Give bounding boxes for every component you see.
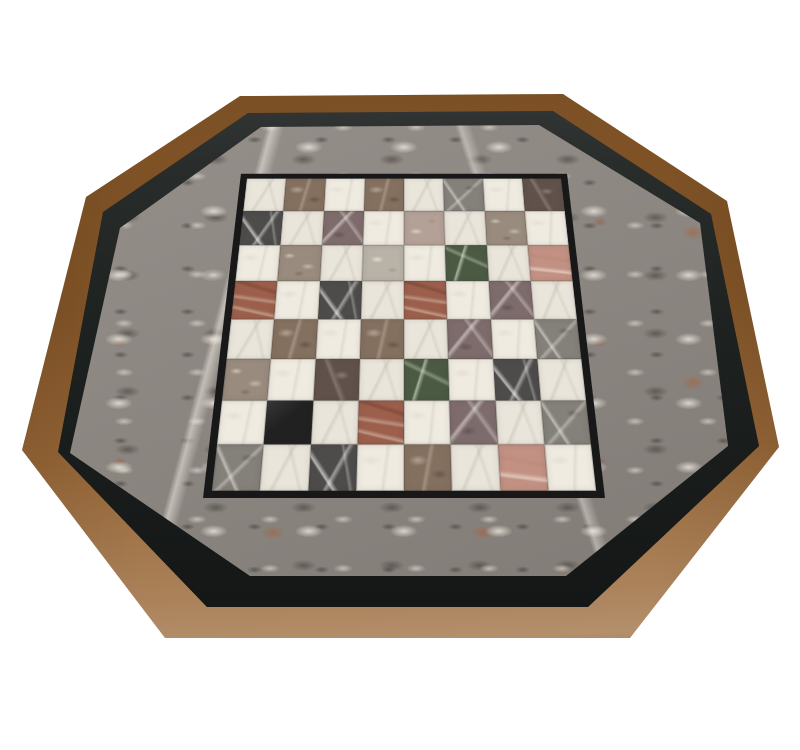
square-g7 [484,211,527,245]
square-b8 [283,179,325,212]
square-g4 [490,319,537,359]
square-h3 [537,359,586,401]
square-a5 [231,281,277,319]
square-c5 [318,281,362,319]
square-c8 [324,179,365,212]
square-e2 [404,400,451,444]
square-f8 [443,179,484,212]
square-c3 [313,359,360,401]
square-f3 [448,359,495,401]
square-e8 [404,179,444,212]
square-f7 [444,211,486,245]
square-c2 [311,400,359,444]
square-e5 [404,281,447,319]
square-d5 [361,281,404,319]
square-b6 [278,245,322,281]
square-h1 [544,444,596,490]
square-d4 [360,319,404,359]
square-h8 [522,179,565,212]
square-b2 [264,400,313,444]
square-c6 [320,245,363,281]
square-h6 [527,245,572,281]
square-d3 [358,359,404,401]
square-b1 [260,444,311,490]
square-d1 [356,444,404,490]
square-a6 [235,245,280,281]
square-e7 [404,211,445,245]
square-f1 [451,444,500,490]
square-a2 [217,400,267,444]
square-f4 [447,319,492,359]
square-d6 [362,245,404,281]
square-f5 [446,281,490,319]
square-a3 [222,359,271,401]
square-b3 [267,359,315,401]
square-c7 [322,211,364,245]
square-f2 [450,400,498,444]
square-d8 [364,179,404,212]
square-b5 [274,281,319,319]
board-perspective-wrap [203,174,605,498]
square-a8 [243,179,286,212]
square-c1 [308,444,357,490]
square-d2 [357,400,404,444]
square-c4 [315,319,360,359]
square-g2 [495,400,544,444]
square-g1 [497,444,548,490]
square-g5 [488,281,533,319]
chess-board [203,174,605,498]
square-a4 [227,319,275,359]
square-g6 [486,245,530,281]
octagonal-chess-table-photo [0,0,800,750]
square-d7 [363,211,404,245]
square-g8 [483,179,525,212]
square-e1 [404,444,452,490]
square-b7 [281,211,324,245]
square-h7 [525,211,569,245]
square-h2 [541,400,591,444]
square-e6 [404,245,446,281]
square-g3 [493,359,541,401]
square-h5 [530,281,576,319]
square-b4 [271,319,318,359]
square-a1 [212,444,264,490]
square-e3 [404,359,450,401]
square-a7 [239,211,283,245]
square-e4 [404,319,448,359]
square-h4 [534,319,582,359]
square-f6 [445,245,488,281]
